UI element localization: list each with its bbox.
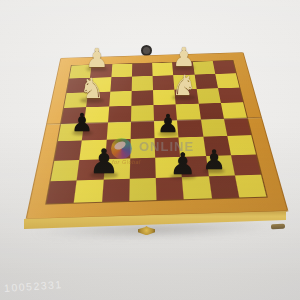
board-square [61,107,86,124]
board-square [80,140,107,160]
board-square [88,77,111,92]
board-square [224,118,252,136]
board-square [156,177,184,200]
board-square [106,122,131,140]
board-square [108,106,132,123]
board-square [152,62,173,76]
chess-board [25,52,288,219]
board-square [179,137,206,157]
board-square [194,74,218,89]
piece-shadow [173,66,195,70]
board-square [231,154,261,175]
board-square [51,160,80,181]
board-square [131,76,153,91]
piece-shadow [90,172,119,178]
board-square [109,91,132,107]
board-square [203,136,231,156]
board-square [132,63,153,77]
board-square [227,135,256,155]
board-square [196,88,220,104]
board-square [110,77,132,92]
board-square [67,78,90,93]
board-square [54,141,82,161]
board-square [200,119,227,137]
board-square [102,179,130,202]
board-square [153,104,177,121]
board-square [235,174,267,197]
piece-shadow [86,67,108,71]
board-square [131,105,154,122]
product-id-text: 10052331 [4,278,63,294]
piece-shadow [158,132,179,136]
board-square [74,179,103,202]
board-square [218,87,243,103]
piece-shadow [72,131,93,135]
board-square [213,61,236,75]
board-square [192,61,215,75]
board-square [131,90,153,106]
board-square [221,102,247,119]
board-square [182,176,211,199]
board-square [84,106,108,123]
board-square [129,178,156,201]
board-square [105,139,131,159]
board-square [153,75,175,90]
board-square [130,138,155,158]
board-square [47,180,77,203]
board-square [129,157,155,178]
board-square [176,103,201,120]
corner-hinge-icon [271,224,285,230]
board-square [198,103,223,120]
product-photo: ♟♟♞♞♟♟♟♟♟ ONLINE for Global 10052331 [0,0,300,300]
board-square [111,64,132,78]
board-square [155,138,181,158]
board-square [177,120,203,138]
board-square [215,73,239,87]
board-square [130,121,154,139]
board-square [173,75,196,90]
